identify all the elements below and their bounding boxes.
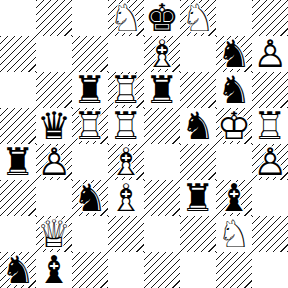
square-a7[interactable]	[0, 36, 36, 72]
square-f1[interactable]	[180, 252, 216, 288]
square-d1[interactable]	[108, 252, 144, 288]
white-rook-d5[interactable]: ♜♖	[108, 108, 144, 144]
square-c1[interactable]	[72, 252, 108, 288]
black-bishop-g3[interactable]: ♝♝	[216, 180, 252, 216]
square-b7[interactable]	[36, 36, 72, 72]
square-g4[interactable]	[216, 144, 252, 180]
square-a6[interactable]	[0, 72, 36, 108]
square-e8[interactable]: ♚♚	[144, 0, 180, 36]
piece-glyph: ♖	[252, 108, 288, 144]
black-rook-c6[interactable]: ♜♜	[72, 72, 108, 108]
square-b3[interactable]	[36, 180, 72, 216]
white-knight-g2[interactable]: ♞♘	[216, 216, 252, 252]
square-h7[interactable]: ♟♙	[252, 36, 288, 72]
white-bishop-d4[interactable]: ♝♗	[108, 144, 144, 180]
white-king-g5[interactable]: ♚♔	[216, 108, 252, 144]
black-rook-a4[interactable]: ♜♜	[0, 144, 36, 180]
piece-glyph: ♙	[36, 144, 72, 180]
square-h1[interactable]	[252, 252, 288, 288]
piece-glyph: ♚	[144, 0, 180, 36]
square-c2[interactable]	[72, 216, 108, 252]
square-h4[interactable]: ♟♙	[252, 144, 288, 180]
square-h5[interactable]: ♜♖	[252, 108, 288, 144]
white-pawn-h7[interactable]: ♟♙	[252, 36, 288, 72]
square-e2[interactable]	[144, 216, 180, 252]
piece-glyph: ♖	[108, 72, 144, 108]
black-rook-f3[interactable]: ♜♜	[180, 180, 216, 216]
black-knight-c3[interactable]: ♞♞	[72, 180, 108, 216]
piece-glyph: ♛	[36, 108, 72, 144]
square-d5[interactable]: ♜♖	[108, 108, 144, 144]
white-pawn-b4[interactable]: ♟♙	[36, 144, 72, 180]
square-c5[interactable]: ♜♖	[72, 108, 108, 144]
square-b8[interactable]	[36, 0, 72, 36]
piece-glyph: ♘	[216, 216, 252, 252]
piece-glyph: ♝	[36, 252, 72, 288]
square-d4[interactable]: ♝♗	[108, 144, 144, 180]
white-pawn-h4[interactable]: ♟♙	[252, 144, 288, 180]
square-h8[interactable]	[252, 0, 288, 36]
square-e1[interactable]	[144, 252, 180, 288]
piece-glyph: ♞	[72, 180, 108, 216]
square-b5[interactable]: ♛♛	[36, 108, 72, 144]
square-d7[interactable]	[108, 36, 144, 72]
white-bishop-e7[interactable]: ♝♗	[144, 36, 180, 72]
square-a4[interactable]: ♜♜	[0, 144, 36, 180]
square-e5[interactable]	[144, 108, 180, 144]
piece-glyph: ♞	[216, 72, 252, 108]
square-a5[interactable]	[0, 108, 36, 144]
square-d2[interactable]	[108, 216, 144, 252]
square-g6[interactable]: ♞♞	[216, 72, 252, 108]
piece-glyph: ♖	[108, 108, 144, 144]
piece-glyph: ♗	[144, 36, 180, 72]
piece-glyph: ♕	[36, 216, 72, 252]
square-f7[interactable]	[180, 36, 216, 72]
black-king-e8[interactable]: ♚♚	[144, 0, 180, 36]
square-d8[interactable]: ♞♘	[108, 0, 144, 36]
square-f5[interactable]: ♞♞	[180, 108, 216, 144]
square-d6[interactable]: ♜♖	[108, 72, 144, 108]
square-e7[interactable]: ♝♗	[144, 36, 180, 72]
square-f8[interactable]: ♞♘	[180, 0, 216, 36]
piece-glyph: ♙	[252, 144, 288, 180]
piece-glyph: ♘	[180, 0, 216, 36]
white-rook-d6[interactable]: ♜♖	[108, 72, 144, 108]
white-queen-b2[interactable]: ♛♕	[36, 216, 72, 252]
piece-glyph: ♞	[0, 252, 36, 288]
piece-glyph: ♔	[216, 108, 252, 144]
piece-glyph: ♜	[180, 180, 216, 216]
square-b1[interactable]: ♝♝	[36, 252, 72, 288]
piece-glyph: ♜	[72, 72, 108, 108]
square-e6[interactable]: ♜♜	[144, 72, 180, 108]
square-b2[interactable]: ♛♕	[36, 216, 72, 252]
white-rook-h5[interactable]: ♜♖	[252, 108, 288, 144]
chess-board: ♞♘♚♚♞♘♝♗♞♞♟♙♜♜♜♖♜♜♞♞♛♛♜♖♜♖♞♞♚♔♜♖♜♜♟♙♝♗♟♙…	[0, 0, 288, 288]
black-queen-b5[interactable]: ♛♛	[36, 108, 72, 144]
white-knight-f8[interactable]: ♞♘	[180, 0, 216, 36]
square-f2[interactable]	[180, 216, 216, 252]
white-rook-c5[interactable]: ♜♖	[72, 108, 108, 144]
square-g5[interactable]: ♚♔	[216, 108, 252, 144]
square-e4[interactable]	[144, 144, 180, 180]
piece-glyph: ♘	[108, 0, 144, 36]
square-d3[interactable]: ♝♗	[108, 180, 144, 216]
piece-glyph: ♗	[108, 180, 144, 216]
square-f3[interactable]: ♜♜	[180, 180, 216, 216]
piece-glyph: ♝	[216, 180, 252, 216]
black-knight-f5[interactable]: ♞♞	[180, 108, 216, 144]
black-bishop-b1[interactable]: ♝♝	[36, 252, 72, 288]
square-c3[interactable]: ♞♞	[72, 180, 108, 216]
square-a8[interactable]	[0, 0, 36, 36]
square-f4[interactable]	[180, 144, 216, 180]
piece-glyph: ♞	[216, 36, 252, 72]
square-a1[interactable]: ♞♞	[0, 252, 36, 288]
square-e3[interactable]	[144, 180, 180, 216]
square-g1[interactable]	[216, 252, 252, 288]
white-knight-d8[interactable]: ♞♘	[108, 0, 144, 36]
piece-glyph: ♖	[72, 108, 108, 144]
square-b4[interactable]: ♟♙	[36, 144, 72, 180]
square-g7[interactable]: ♞♞	[216, 36, 252, 72]
square-f6[interactable]	[180, 72, 216, 108]
white-bishop-d3[interactable]: ♝♗	[108, 180, 144, 216]
square-g8[interactable]	[216, 0, 252, 36]
square-h3[interactable]	[252, 180, 288, 216]
square-c6[interactable]: ♜♜	[72, 72, 108, 108]
square-b6[interactable]	[36, 72, 72, 108]
black-knight-g7[interactable]: ♞♞	[216, 36, 252, 72]
piece-glyph: ♜	[144, 72, 180, 108]
square-c4[interactable]	[72, 144, 108, 180]
square-a3[interactable]	[0, 180, 36, 216]
square-g2[interactable]: ♞♘	[216, 216, 252, 252]
black-rook-e6[interactable]: ♜♜	[144, 72, 180, 108]
square-a2[interactable]	[0, 216, 36, 252]
piece-glyph: ♗	[108, 144, 144, 180]
square-c7[interactable]	[72, 36, 108, 72]
piece-glyph: ♜	[0, 144, 36, 180]
square-h2[interactable]	[252, 216, 288, 252]
square-g3[interactable]: ♝♝	[216, 180, 252, 216]
black-knight-g6[interactable]: ♞♞	[216, 72, 252, 108]
square-h6[interactable]	[252, 72, 288, 108]
black-knight-a1[interactable]: ♞♞	[0, 252, 36, 288]
piece-glyph: ♞	[180, 108, 216, 144]
piece-glyph: ♙	[252, 36, 288, 72]
square-c8[interactable]	[72, 0, 108, 36]
